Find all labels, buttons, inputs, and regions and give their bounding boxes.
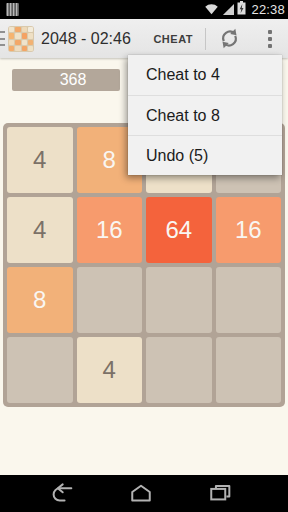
status-bar-right: 22:38 [204, 0, 285, 19]
menu-item-cheat-to-4[interactable]: Cheat to 4 [128, 55, 282, 95]
status-bar: 22:38 [0, 0, 288, 19]
navigation-bar [0, 475, 288, 512]
cheat-button[interactable]: CHEAT [141, 19, 205, 58]
recents-icon [206, 479, 234, 507]
empty-cell [146, 337, 212, 403]
app-bar-actions: CHEAT [141, 19, 288, 58]
app-title: 2048 - 02:46 [41, 19, 131, 58]
empty-cell [146, 267, 212, 333]
tile-4: 4 [7, 197, 73, 263]
drawer-handle-icon[interactable] [0, 31, 5, 46]
menu-item-cheat-to-8[interactable]: Cheat to 8 [128, 95, 282, 135]
tile-4: 4 [7, 127, 73, 193]
empty-cell [216, 337, 282, 403]
home-icon [127, 479, 155, 507]
dropdown-menu: Cheat to 4 Cheat to 8 Undo (5) [128, 55, 282, 175]
tile-16: 16 [216, 197, 282, 263]
back-icon [48, 479, 76, 507]
app-bar: 2048 - 02:46 CHEAT [0, 19, 288, 58]
signal-icon [222, 1, 234, 19]
battery-icon [237, 1, 246, 19]
empty-cell [216, 267, 282, 333]
empty-cell [77, 267, 143, 333]
score-display: 368 [12, 69, 120, 91]
home-button[interactable] [127, 479, 155, 507]
phone-screen: 22:38 2048 - 02:46 CHEAT 368 48441664168… [0, 0, 288, 512]
recents-button[interactable] [206, 479, 234, 507]
wifi-icon [204, 1, 219, 19]
restart-button[interactable] [206, 19, 252, 58]
notification-icon [6, 3, 19, 16]
overflow-menu-button[interactable] [252, 19, 288, 58]
tile-8: 8 [7, 267, 73, 333]
empty-cell [7, 337, 73, 403]
tile-64: 64 [146, 197, 212, 263]
back-button[interactable] [48, 479, 76, 507]
status-clock: 22:38 [249, 2, 285, 17]
tile-16: 16 [77, 197, 143, 263]
tile-4: 4 [77, 337, 143, 403]
app-icon [8, 26, 34, 52]
refresh-icon [217, 26, 242, 51]
menu-item-undo[interactable]: Undo (5) [128, 135, 282, 175]
